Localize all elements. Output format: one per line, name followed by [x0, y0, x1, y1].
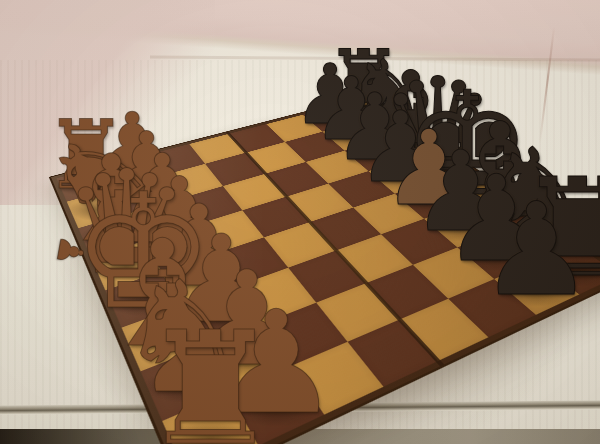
- photo-scene: ♜♞♝♛♚♝♞♜♟♟♟♟♟♟♟♟♟♟♟♟♟♟♟♟♜♞♝♛♚♝♞♜♟: [0, 0, 600, 444]
